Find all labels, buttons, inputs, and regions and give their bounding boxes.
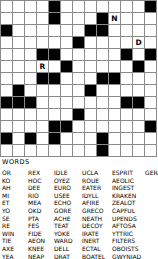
grid-cell[interactable] (97, 85, 108, 96)
word-column: IDLEOYEZEUROUSEEECHOGOREACHETEATYOKEWARD… (54, 169, 82, 259)
grid-cell[interactable] (121, 25, 132, 36)
grid-cell[interactable] (133, 73, 144, 84)
grid-cell[interactable] (49, 109, 60, 120)
grid-cell[interactable] (1, 73, 12, 84)
grid-cell[interactable] (1, 85, 12, 96)
word-item: AFTOSA (112, 222, 145, 230)
word-item: RE (2, 222, 28, 230)
grid-cell[interactable] (145, 133, 156, 144)
word-item: ZEALOT (112, 199, 145, 207)
grid-cell[interactable] (145, 85, 156, 96)
grid-cell[interactable] (133, 121, 144, 132)
word-item: YOKE (54, 230, 82, 238)
word-item: ESPRIT (112, 169, 145, 177)
grid-cell[interactable] (37, 121, 48, 132)
grid-cell[interactable] (25, 85, 36, 96)
grid-cell[interactable] (37, 1, 48, 12)
word-item: IDYLL (82, 192, 112, 200)
grid-cell[interactable] (13, 13, 24, 24)
grid-cell[interactable] (61, 25, 72, 36)
grid-cell[interactable] (133, 13, 144, 24)
grid-cell[interactable] (109, 1, 120, 12)
grid-cell[interactable] (61, 49, 72, 60)
black-cell (145, 49, 156, 60)
grid-cell[interactable] (61, 97, 72, 108)
word-column: ORKOAHMIETYOSEREWINTIEAXEYEA (2, 169, 28, 259)
black-cell (145, 121, 156, 132)
grid-cell[interactable] (61, 73, 72, 84)
grid-cell[interactable] (133, 145, 144, 156)
grid-cell[interactable] (1, 37, 12, 48)
grid-cell[interactable] (85, 133, 96, 144)
grid-cell[interactable] (1, 109, 12, 120)
grid-cell[interactable] (73, 61, 84, 72)
word-list: ORKOAHMIETYOSEREWINTIEAXEYEAREXHOCDEERIO… (2, 169, 158, 259)
word-item: AH (2, 184, 28, 192)
word-item: GERA (145, 169, 158, 177)
word-column: GERA (145, 169, 158, 259)
grid-cell[interactable] (73, 121, 84, 132)
grid-cell[interactable] (145, 73, 156, 84)
puzzle-grid: NDR (0, 0, 157, 157)
word-item: ECTAL (82, 245, 112, 253)
word-item: IDLE (54, 169, 82, 177)
black-cell (85, 25, 96, 36)
black-cell (121, 49, 132, 60)
black-cell (49, 49, 60, 60)
grid-cell[interactable] (73, 1, 84, 12)
word-item: USEE (54, 192, 82, 200)
grid-cell[interactable] (121, 121, 132, 132)
grid-cell[interactable] (25, 109, 36, 120)
grid-cell[interactable] (1, 1, 12, 12)
grid-cell[interactable] (37, 37, 48, 48)
grid-cell[interactable] (61, 145, 72, 156)
grid-cell[interactable] (37, 145, 48, 156)
word-column: UCLAROUEEATERIDYLLAFIREGRECONEATHDECOYIR… (82, 169, 112, 259)
word-item: TIE (2, 237, 28, 245)
grid-cell[interactable] (121, 61, 132, 72)
grid-cell[interactable] (73, 97, 84, 108)
word-column: ESPRITAEOLICINGESTKRAKENZEALOTCAPFULUPEN… (112, 169, 145, 259)
grid-cell[interactable] (85, 97, 96, 108)
grid-cell[interactable] (37, 13, 48, 24)
black-cell (25, 97, 36, 108)
grid-cell[interactable] (37, 85, 48, 96)
black-cell (61, 121, 72, 132)
word-item: REX (28, 169, 54, 177)
word-item: PTA (28, 215, 54, 223)
grid-cell[interactable] (85, 73, 96, 84)
grid-cell[interactable] (133, 109, 144, 120)
black-cell (97, 25, 108, 36)
word-item: INERT (82, 237, 112, 245)
grid-cell[interactable] (97, 37, 108, 48)
word-item: EURO (54, 184, 82, 192)
grid-cell[interactable] (109, 133, 120, 144)
grid-cell[interactable]: D (133, 37, 144, 48)
grid-cell[interactable]: N (109, 13, 120, 24)
black-cell (121, 97, 132, 108)
word-item: YTTRIC (112, 230, 145, 238)
black-cell (49, 13, 60, 24)
word-item: OBOISTS (112, 245, 145, 253)
grid-cell[interactable] (97, 49, 108, 60)
grid-cell[interactable] (25, 37, 36, 48)
word-item: WIN (2, 230, 28, 238)
grid-cell[interactable] (121, 37, 132, 48)
black-cell (13, 85, 24, 96)
grid-cell[interactable] (73, 145, 84, 156)
word-item: MEA (28, 199, 54, 207)
grid-cell[interactable] (13, 73, 24, 84)
word-item: SE (2, 215, 28, 223)
grid-cell[interactable] (133, 1, 144, 12)
word-item: FIDE (28, 230, 54, 238)
black-cell (97, 133, 108, 144)
word-item: ECHO (54, 199, 82, 207)
grid-cell[interactable] (121, 1, 132, 12)
fill-in-puzzle-page: NDR WORDS ORKOAHMIETYOSEREWINTIEAXEYEARE… (0, 0, 158, 259)
grid-cell[interactable] (133, 133, 144, 144)
grid-cell[interactable] (73, 73, 84, 84)
word-item: TEAT (54, 222, 82, 230)
word-item: UCLA (82, 169, 112, 177)
grid-cell[interactable] (109, 97, 120, 108)
black-cell (109, 73, 120, 84)
grid-cell[interactable] (73, 133, 84, 144)
grid-cell[interactable] (85, 49, 96, 60)
grid-cell[interactable] (145, 25, 156, 36)
word-item: UPENDS (112, 215, 145, 223)
grid-cell[interactable] (85, 121, 96, 132)
grid-cell[interactable] (97, 109, 108, 120)
grid-cell[interactable] (13, 37, 24, 48)
word-item: OKD (28, 207, 54, 215)
word-item: NEATH (82, 215, 112, 223)
words-section: WORDS ORKOAHMIETYOSEREWINTIEAXEYEAREXHOC… (2, 158, 158, 259)
black-cell (1, 25, 12, 36)
word-item: DELL (54, 245, 82, 253)
word-item: BOATEL (82, 253, 112, 259)
grid-cell[interactable] (133, 85, 144, 96)
grid-cell[interactable] (121, 109, 132, 120)
grid-cell[interactable] (49, 37, 60, 48)
black-cell (49, 73, 60, 84)
grid-cell[interactable] (61, 1, 72, 12)
word-item: DECOY (82, 222, 112, 230)
grid-cell[interactable] (1, 13, 12, 24)
word-item: AXE (2, 245, 28, 253)
grid-cell[interactable] (13, 133, 24, 144)
word-item: MI (2, 192, 28, 200)
grid-cell[interactable] (121, 13, 132, 24)
grid-cell[interactable] (49, 97, 60, 108)
word-item: OR (2, 169, 28, 177)
grid-cell[interactable] (109, 49, 120, 60)
grid-cell[interactable] (109, 25, 120, 36)
grid-cell[interactable] (121, 73, 132, 84)
grid-cell[interactable] (121, 133, 132, 144)
grid-cell[interactable] (25, 61, 36, 72)
grid-cell[interactable] (25, 73, 36, 84)
grid-cell[interactable] (37, 109, 48, 120)
word-item: OYEZ (54, 177, 82, 185)
grid-cell[interactable] (25, 13, 36, 24)
grid-cell[interactable] (109, 109, 120, 120)
grid-cell[interactable] (1, 61, 12, 72)
black-cell (37, 49, 48, 60)
word-item: GORE (54, 207, 82, 215)
grid-cell[interactable] (25, 49, 36, 60)
word-item: ROUE (82, 177, 112, 185)
grid-cell[interactable] (97, 97, 108, 108)
grid-cell[interactable] (109, 61, 120, 72)
black-cell (1, 133, 12, 144)
grid-cell[interactable] (97, 1, 108, 12)
grid-cell[interactable] (61, 109, 72, 120)
word-item: FES (28, 222, 54, 230)
grid-cell[interactable] (49, 85, 60, 96)
word-item: YO (2, 207, 28, 215)
grid-cell[interactable] (73, 49, 84, 60)
black-cell (13, 97, 24, 108)
word-item: RIO (28, 192, 54, 200)
grid-cell[interactable] (61, 13, 72, 24)
black-cell (49, 1, 60, 12)
grid-cell[interactable] (73, 13, 84, 24)
grid-cell[interactable] (97, 61, 108, 72)
grid-cell[interactable] (85, 13, 96, 24)
word-item: NEAP (28, 253, 54, 259)
word-item: DRAT (54, 253, 82, 259)
black-cell (145, 1, 156, 12)
word-column: REXHOCDEERIOMEAOKDPTAFESFIDEAEONKNEENEAP (28, 169, 54, 259)
word-item: KO (2, 177, 28, 185)
word-item: INGEST (112, 184, 145, 192)
word-item: KNEE (28, 245, 54, 253)
grid-cell[interactable] (61, 133, 72, 144)
black-cell (49, 121, 60, 132)
grid-cell[interactable] (13, 1, 24, 12)
word-item: KRAKEN (112, 192, 145, 200)
grid-cell[interactable] (73, 85, 84, 96)
grid-cell[interactable] (109, 85, 120, 96)
grid-cell[interactable] (109, 121, 120, 132)
word-item: EATER (82, 184, 112, 192)
grid-cell[interactable] (37, 97, 48, 108)
grid-cell[interactable] (133, 25, 144, 36)
grid-cell[interactable] (1, 145, 12, 156)
grid-cell[interactable] (133, 49, 144, 60)
grid-cell[interactable] (13, 121, 24, 132)
grid-cell[interactable] (13, 109, 24, 120)
grid-cell[interactable] (13, 49, 24, 60)
black-cell (25, 133, 36, 144)
grid-cell[interactable] (13, 145, 24, 156)
word-item: YEA (2, 253, 28, 259)
grid-cell[interactable]: R (37, 61, 48, 72)
word-item: DEE (28, 184, 54, 192)
grid-cell[interactable] (145, 37, 156, 48)
grid-cell[interactable] (109, 37, 120, 48)
grid-cell[interactable] (85, 145, 96, 156)
word-item: AFIRE (82, 199, 112, 207)
grid-cell[interactable] (85, 1, 96, 12)
grid-cell[interactable] (49, 61, 60, 72)
grid-cell[interactable] (145, 145, 156, 156)
words-title: WORDS (2, 158, 158, 166)
black-cell (97, 73, 108, 84)
grid-cell[interactable] (1, 121, 12, 132)
grid-cell[interactable] (37, 133, 48, 144)
grid-cell[interactable] (85, 61, 96, 72)
word-item: GRECO (82, 207, 112, 215)
word-item: AEON (28, 237, 54, 245)
black-cell (97, 145, 108, 156)
word-item: IRATE (82, 230, 112, 238)
grid-cell[interactable] (97, 121, 108, 132)
grid-cell[interactable] (25, 145, 36, 156)
grid-cell[interactable] (25, 25, 36, 36)
grid-cell[interactable] (145, 13, 156, 24)
word-item: FILTERS (112, 237, 145, 245)
grid-cell[interactable] (61, 37, 72, 48)
black-cell (49, 133, 60, 144)
grid-cell[interactable] (25, 1, 36, 12)
grid-cell[interactable] (25, 121, 36, 132)
grid-cell[interactable] (145, 109, 156, 120)
grid-cell[interactable] (145, 61, 156, 72)
grid-cell[interactable] (121, 145, 132, 156)
word-item: ACHE (54, 215, 82, 223)
grid-cell[interactable] (1, 49, 12, 60)
word-item: CAPFUL (112, 207, 145, 215)
grid-cell[interactable] (85, 109, 96, 120)
black-cell (1, 97, 12, 108)
black-cell (97, 13, 108, 24)
grid-cell[interactable] (49, 25, 60, 36)
grid-cell[interactable] (85, 37, 96, 48)
black-cell (133, 97, 144, 108)
black-cell (133, 61, 144, 72)
black-cell (61, 61, 72, 72)
grid-cell[interactable] (13, 25, 24, 36)
black-cell (85, 85, 96, 96)
black-cell (73, 37, 84, 48)
grid-cell[interactable] (73, 25, 84, 36)
black-cell (73, 109, 84, 120)
word-item: GWYNIAD (112, 253, 145, 259)
grid-cell[interactable] (13, 61, 24, 72)
black-cell (37, 73, 48, 84)
grid-cell[interactable] (145, 97, 156, 108)
grid-cell[interactable] (61, 85, 72, 96)
word-item: HOC (28, 177, 54, 185)
word-item: ET (2, 199, 28, 207)
grid-cell[interactable] (49, 145, 60, 156)
word-item: AEOLIC (112, 177, 145, 185)
word-item: WARD (54, 237, 82, 245)
grid-cell[interactable] (37, 25, 48, 36)
grid-cell[interactable] (109, 145, 120, 156)
grid-cell[interactable] (121, 85, 132, 96)
